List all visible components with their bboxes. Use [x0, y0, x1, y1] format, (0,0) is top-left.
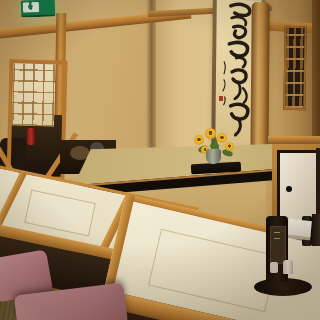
napkin-stack: [287, 219, 312, 240]
table-inset-panel: [24, 189, 96, 236]
table-divider-strip: [0, 173, 27, 228]
red-seal-stamp: [219, 96, 223, 101]
shoji-lattice: [12, 63, 56, 126]
cabinet-top-beam: [268, 136, 320, 144]
salt-shaker: [283, 260, 293, 274]
sunflower-bloom: [225, 142, 234, 151]
tatami-room-photo: [0, 0, 320, 320]
pepper-shaker: [270, 262, 278, 273]
sunflower-bloom: [194, 135, 204, 145]
sauce-bottle: [312, 214, 320, 246]
alcove-corner-shadow: [146, 0, 156, 162]
cabinet-door-pull: [286, 186, 292, 192]
lattice-window: [283, 26, 306, 110]
menu-card-text-line: [274, 232, 280, 233]
exit-sign: [21, 0, 56, 18]
menu-card-text-line: [274, 238, 280, 239]
sunflower-bloom: [205, 128, 216, 139]
shoji-partition-screen: [6, 59, 67, 181]
flower-vase: [206, 149, 221, 164]
sunflower-bloom: [217, 133, 227, 143]
